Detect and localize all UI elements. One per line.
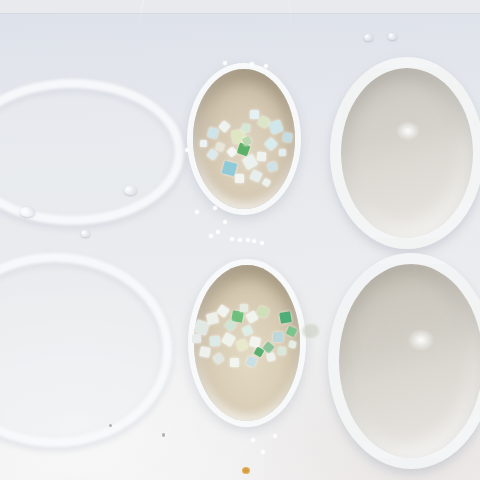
glint-speck xyxy=(250,62,254,66)
shell-flake xyxy=(210,336,221,347)
shell-flake xyxy=(200,140,207,147)
paint-speck xyxy=(242,467,250,474)
water-droplet xyxy=(124,186,137,195)
glint-speck xyxy=(223,61,227,65)
glint-speck xyxy=(260,241,264,245)
glint-speck xyxy=(246,238,250,242)
water-droplet xyxy=(81,230,90,237)
mold-cavity-bottom-left xyxy=(0,253,172,447)
water-droplet xyxy=(364,34,373,41)
shell-flake xyxy=(235,174,244,183)
shell-flake xyxy=(250,110,259,119)
glint-speck xyxy=(209,234,213,238)
water-droplet xyxy=(20,207,35,217)
shell-flake xyxy=(256,151,266,161)
resin-drip xyxy=(302,324,319,338)
shell-flake xyxy=(199,346,211,358)
shell-flake xyxy=(288,340,297,349)
glint-speck xyxy=(273,434,277,438)
glint-speck xyxy=(195,210,199,214)
shell-flake xyxy=(279,311,292,324)
photo-silicone-resin-mold xyxy=(0,0,480,480)
dust-speck xyxy=(109,424,112,427)
shell-flake xyxy=(230,358,239,367)
glint-speck xyxy=(216,230,220,234)
glint-speck xyxy=(238,238,242,242)
glint-speck xyxy=(185,148,189,152)
glint-speck xyxy=(252,239,256,243)
shell-flake xyxy=(273,332,283,342)
glint-speck xyxy=(264,64,268,68)
specular-highlight xyxy=(403,325,439,355)
water-droplet xyxy=(388,33,397,40)
shell-flake xyxy=(282,132,292,142)
glint-speck xyxy=(213,206,217,210)
glint-speck xyxy=(230,237,234,241)
mold-cavity-bottom-right xyxy=(328,253,480,469)
glint-speck xyxy=(223,220,227,224)
glint-speck xyxy=(261,450,265,454)
shell-flake xyxy=(278,347,287,356)
dust-speck xyxy=(162,433,165,437)
crease-line xyxy=(286,0,292,29)
shell-flake xyxy=(279,149,286,156)
scratch-line xyxy=(139,0,150,22)
mold-cavity-top-right xyxy=(330,57,480,249)
shell-flake xyxy=(192,334,201,343)
mold-cavity-top-left xyxy=(0,79,184,225)
shell-flake xyxy=(241,123,250,132)
glint-speck xyxy=(251,438,255,442)
specular-highlight xyxy=(392,118,424,144)
shell-flake xyxy=(266,160,277,171)
shell-flake xyxy=(240,304,248,312)
